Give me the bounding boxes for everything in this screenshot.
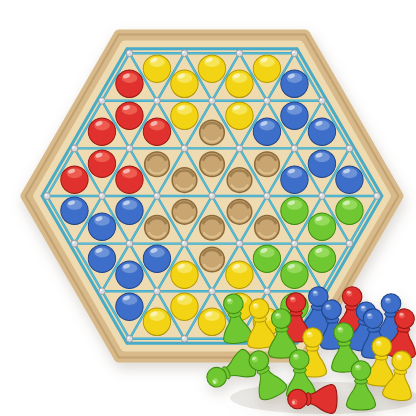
pin-highlight	[375, 194, 377, 196]
pin	[44, 193, 51, 200]
pawn-gloss	[356, 365, 360, 368]
pin-head	[319, 193, 326, 200]
pin-head	[44, 193, 51, 200]
pawn-head	[288, 389, 308, 409]
pin-head	[99, 193, 106, 200]
pin-highlight	[237, 51, 239, 53]
pin	[291, 50, 298, 57]
peg-yellow[interactable]: ●	[141, 298, 172, 339]
pin-highlight	[210, 289, 212, 291]
pin-highlight	[100, 99, 102, 101]
pawn-head	[371, 336, 392, 357]
pin-head	[346, 240, 353, 247]
pin	[154, 97, 161, 104]
pin-highlight	[265, 99, 267, 101]
pin-highlight	[45, 194, 47, 196]
pin	[126, 145, 133, 152]
pin-head	[264, 288, 271, 295]
pin-head	[126, 335, 133, 342]
pin-head	[319, 97, 326, 104]
pin	[264, 97, 271, 104]
pin-head	[264, 97, 271, 104]
pin	[319, 193, 326, 200]
pin	[346, 240, 353, 247]
pin	[126, 335, 133, 342]
pin-highlight	[182, 146, 184, 148]
pin-highlight	[155, 99, 157, 101]
pin	[236, 240, 243, 247]
pin	[154, 288, 161, 295]
pawn-gloss	[292, 401, 295, 405]
pin-highlight	[237, 242, 239, 244]
pin-highlight	[72, 242, 74, 244]
scene: ●●●●●●●●●●●●●●●●●●●●●●●●●●●●●●●●●●●●●●●●…	[0, 0, 416, 416]
pin	[181, 50, 188, 57]
pin-head	[181, 145, 188, 152]
hole[interactable]	[200, 247, 225, 272]
pin-highlight	[127, 146, 129, 148]
pin-highlight	[320, 194, 322, 196]
pin	[99, 193, 106, 200]
pin	[181, 240, 188, 247]
pin-highlight	[155, 194, 157, 196]
pin-head	[374, 193, 381, 200]
pin-highlight	[72, 146, 74, 148]
pin-highlight	[127, 51, 129, 53]
pin-head	[291, 145, 298, 152]
pin-highlight	[182, 337, 184, 339]
pin-head	[126, 145, 133, 152]
pawn-head	[351, 361, 371, 381]
pin	[236, 50, 243, 57]
pin	[181, 145, 188, 152]
pin-highlight	[100, 289, 102, 291]
pin	[264, 193, 271, 200]
pin	[126, 50, 133, 57]
pin	[71, 145, 78, 152]
pawn-head	[342, 286, 362, 306]
pin-highlight	[155, 289, 157, 291]
pin	[209, 97, 216, 104]
pin-head	[154, 288, 161, 295]
pin-head	[181, 335, 188, 342]
pawn-head	[271, 308, 292, 329]
hole[interactable]	[200, 120, 225, 145]
board-svg: ●●●●●●●●●●●●●●●●●●●●●●●●●●●●●●●●●●●●●●●●…	[0, 0, 416, 416]
pin-head	[236, 50, 243, 57]
pin-highlight	[292, 242, 294, 244]
peg-yellow[interactable]: ●	[169, 92, 200, 133]
pin-head	[99, 97, 106, 104]
peg-blue[interactable]: ●	[114, 187, 145, 228]
pin	[181, 335, 188, 342]
pin-head	[291, 240, 298, 247]
pin	[291, 240, 298, 247]
pin	[209, 288, 216, 295]
hole[interactable]	[145, 152, 170, 177]
pin-head	[181, 240, 188, 247]
peg-blue[interactable]: ●	[251, 108, 282, 149]
pin-highlight	[292, 51, 294, 53]
pin	[209, 193, 216, 200]
pin	[236, 145, 243, 152]
pin-highlight	[182, 51, 184, 53]
pin-highlight	[127, 337, 129, 339]
pin-head	[236, 145, 243, 152]
pin-highlight	[320, 99, 322, 101]
pin	[71, 240, 78, 247]
pin-highlight	[127, 242, 129, 244]
pin-highlight	[182, 242, 184, 244]
pin	[154, 193, 161, 200]
pin-head	[126, 240, 133, 247]
pin	[374, 193, 381, 200]
pin-head	[236, 240, 243, 247]
pawn-head	[303, 328, 323, 348]
pin-head	[71, 145, 78, 152]
hole[interactable]	[227, 168, 252, 193]
pin-head	[71, 240, 78, 247]
pin-head	[209, 97, 216, 104]
peg-red[interactable]: ●	[141, 108, 172, 149]
pin	[346, 145, 353, 152]
pin-highlight	[292, 146, 294, 148]
pawn-gloss	[291, 297, 295, 300]
hole[interactable]	[172, 200, 197, 225]
pin-head	[264, 193, 271, 200]
pin-highlight	[347, 242, 349, 244]
pin-head	[209, 288, 216, 295]
pin-highlight	[210, 194, 212, 196]
pin-head	[346, 145, 353, 152]
pin	[99, 288, 106, 295]
hole[interactable]	[255, 152, 280, 177]
peg-yellow[interactable]: ●	[196, 298, 227, 339]
pawn-gloss	[386, 298, 390, 301]
pin	[291, 145, 298, 152]
pawn-head	[289, 349, 310, 370]
pin	[126, 240, 133, 247]
pin-head	[99, 288, 106, 295]
pin	[264, 288, 271, 295]
pin	[319, 97, 326, 104]
pin-highlight	[237, 146, 239, 148]
pin-highlight	[210, 99, 212, 101]
pin-highlight	[265, 289, 267, 291]
hole[interactable]	[200, 215, 225, 240]
pin-highlight	[265, 194, 267, 196]
pin-highlight	[100, 194, 102, 196]
pin-head	[181, 50, 188, 57]
pin-head	[291, 50, 298, 57]
peg-green[interactable]: ●	[306, 235, 337, 276]
pin	[99, 97, 106, 104]
pin-head	[154, 193, 161, 200]
pin-highlight	[347, 146, 349, 148]
pawn-head	[286, 293, 306, 313]
pawn-head	[381, 294, 401, 314]
peg-green[interactable]: ●	[334, 187, 365, 228]
pin-head	[154, 97, 161, 104]
hole[interactable]	[200, 152, 225, 177]
hole[interactable]	[227, 200, 252, 225]
hole[interactable]	[172, 168, 197, 193]
pin-head	[126, 50, 133, 57]
pin-head	[209, 193, 216, 200]
